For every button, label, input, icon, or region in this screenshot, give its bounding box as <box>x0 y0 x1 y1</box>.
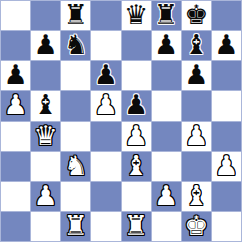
square-d7[interactable] <box>91 31 120 60</box>
square-e4[interactable]: ♟ <box>122 122 151 151</box>
square-h1[interactable] <box>212 212 241 241</box>
piece-white-pawn[interactable]: ♟ <box>154 182 178 209</box>
square-h7[interactable]: ♟ <box>212 31 241 60</box>
piece-black-knight[interactable]: ♞ <box>64 31 88 58</box>
square-h3[interactable]: ♟ <box>212 152 241 181</box>
square-g8[interactable]: ♚ <box>182 1 211 30</box>
square-d2[interactable] <box>91 182 120 211</box>
square-f5[interactable] <box>152 91 181 120</box>
piece-black-pawn[interactable]: ♟ <box>94 61 118 88</box>
square-c7[interactable]: ♞ <box>61 31 90 60</box>
piece-white-pawn[interactable]: ♟ <box>124 122 148 149</box>
piece-black-pawn[interactable]: ♟ <box>184 61 208 88</box>
square-e8[interactable]: ♛ <box>122 1 151 30</box>
piece-white-pawn[interactable]: ♟ <box>94 91 118 118</box>
square-f7[interactable]: ♟ <box>152 31 181 60</box>
square-d5[interactable]: ♟ <box>91 91 120 120</box>
square-d8[interactable] <box>91 1 120 30</box>
piece-white-rook[interactable]: ♜ <box>124 212 148 239</box>
square-a1[interactable] <box>1 212 30 241</box>
square-d1[interactable] <box>91 212 120 241</box>
piece-black-pawn[interactable]: ♟ <box>3 61 27 88</box>
piece-white-knight[interactable]: ♞ <box>64 152 88 179</box>
square-h5[interactable] <box>212 91 241 120</box>
piece-white-pawn[interactable]: ♟ <box>3 91 27 118</box>
square-b1[interactable] <box>31 212 60 241</box>
square-c6[interactable] <box>61 61 90 90</box>
chess-board: ♜♛♜♚♟♞♟♝♟♟♟♟♟♝♟♟♛♟♟♞♝♟♟♟♝♜♜♚ <box>1 1 241 241</box>
square-a6[interactable]: ♟ <box>1 61 30 90</box>
square-h6[interactable] <box>212 61 241 90</box>
board-frame: ♜♛♜♚♟♞♟♝♟♟♟♟♟♝♟♟♛♟♟♞♝♟♟♟♝♜♜♚ <box>0 0 242 242</box>
square-h2[interactable] <box>212 182 241 211</box>
square-b2[interactable]: ♟ <box>31 182 60 211</box>
square-b7[interactable]: ♟ <box>31 31 60 60</box>
piece-white-rook[interactable]: ♜ <box>64 212 88 239</box>
square-f3[interactable] <box>152 152 181 181</box>
square-b6[interactable] <box>31 61 60 90</box>
square-e7[interactable] <box>122 31 151 60</box>
piece-white-bishop[interactable]: ♝ <box>124 152 148 179</box>
square-b5[interactable]: ♝ <box>31 91 60 120</box>
square-g6[interactable]: ♟ <box>182 61 211 90</box>
square-g5[interactable] <box>182 91 211 120</box>
piece-black-bishop[interactable]: ♝ <box>34 91 58 118</box>
square-g7[interactable]: ♝ <box>182 31 211 60</box>
square-c4[interactable] <box>61 122 90 151</box>
square-d3[interactable] <box>91 152 120 181</box>
square-b8[interactable] <box>31 1 60 30</box>
square-a7[interactable] <box>1 31 30 60</box>
square-c5[interactable] <box>61 91 90 120</box>
square-e6[interactable] <box>122 61 151 90</box>
piece-black-queen[interactable]: ♛ <box>124 1 148 28</box>
piece-white-pawn[interactable]: ♟ <box>34 182 58 209</box>
square-b4[interactable]: ♛ <box>31 122 60 151</box>
square-g4[interactable]: ♟ <box>182 122 211 151</box>
piece-black-pawn[interactable]: ♟ <box>154 31 178 58</box>
square-e1[interactable]: ♜ <box>122 212 151 241</box>
piece-white-king[interactable]: ♚ <box>184 212 208 239</box>
square-f8[interactable]: ♜ <box>152 1 181 30</box>
piece-white-pawn[interactable]: ♟ <box>214 152 238 179</box>
piece-white-bishop[interactable]: ♝ <box>184 182 208 209</box>
piece-white-pawn[interactable]: ♟ <box>184 122 208 149</box>
square-e2[interactable] <box>122 182 151 211</box>
piece-black-king[interactable]: ♚ <box>184 1 208 28</box>
square-e5[interactable]: ♟ <box>122 91 151 120</box>
square-h4[interactable] <box>212 122 241 151</box>
piece-black-rook[interactable]: ♜ <box>64 1 88 28</box>
piece-black-pawn[interactable]: ♟ <box>214 31 238 58</box>
square-a8[interactable] <box>1 1 30 30</box>
square-a3[interactable] <box>1 152 30 181</box>
square-c2[interactable] <box>61 182 90 211</box>
square-e3[interactable]: ♝ <box>122 152 151 181</box>
square-a5[interactable]: ♟ <box>1 91 30 120</box>
square-c8[interactable]: ♜ <box>61 1 90 30</box>
square-f4[interactable] <box>152 122 181 151</box>
square-g1[interactable]: ♚ <box>182 212 211 241</box>
piece-black-pawn[interactable]: ♟ <box>124 91 148 118</box>
square-d6[interactable]: ♟ <box>91 61 120 90</box>
square-d4[interactable] <box>91 122 120 151</box>
square-g2[interactable]: ♝ <box>182 182 211 211</box>
square-a2[interactable] <box>1 182 30 211</box>
square-f2[interactable]: ♟ <box>152 182 181 211</box>
square-b3[interactable] <box>31 152 60 181</box>
square-c3[interactable]: ♞ <box>61 152 90 181</box>
piece-white-queen[interactable]: ♛ <box>34 122 58 149</box>
square-a4[interactable] <box>1 122 30 151</box>
square-g3[interactable] <box>182 152 211 181</box>
square-c1[interactable]: ♜ <box>61 212 90 241</box>
square-f6[interactable] <box>152 61 181 90</box>
square-f1[interactable] <box>152 212 181 241</box>
piece-black-bishop[interactable]: ♝ <box>184 31 208 58</box>
square-h8[interactable] <box>212 1 241 30</box>
piece-black-pawn[interactable]: ♟ <box>34 31 58 58</box>
piece-black-rook[interactable]: ♜ <box>154 1 178 28</box>
